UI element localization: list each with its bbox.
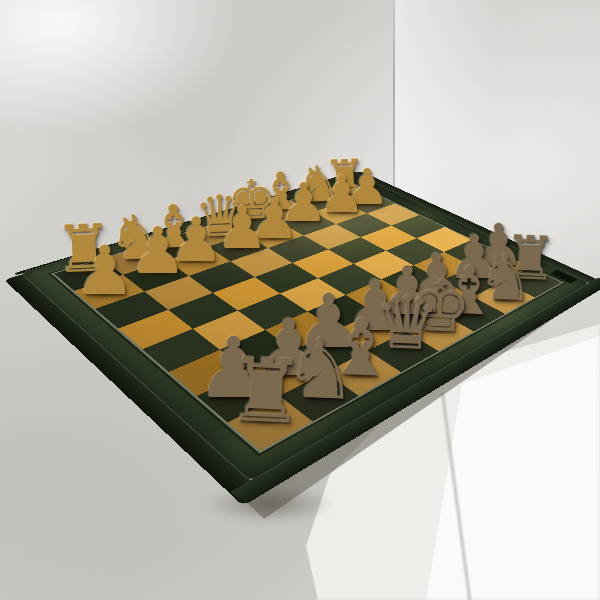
photo-scene: ♜♞♝♛♚♝♞♜♟♟♟♟♟♟♟♟♟♟♟♟♟♟♟♟♜♞♝♛♚♝♞♜ [0, 0, 600, 600]
board-corner-shadow [205, 486, 335, 522]
